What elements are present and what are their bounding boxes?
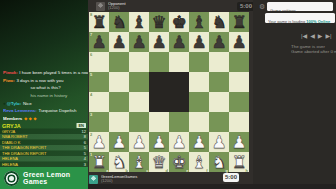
- piece-black-knight: ♞: [109, 12, 129, 32]
- chat-text: 3 days in a row with you: [16, 78, 63, 83]
- piece-black-knight: ♞: [209, 12, 229, 32]
- square-f8[interactable]: ♝: [189, 12, 209, 32]
- square-f4[interactable]: [189, 92, 209, 112]
- square-h1[interactable]: ♜h: [229, 152, 249, 172]
- chess-board: ♜8♞♝♛♚♝♞♜♟7♟♟♟♟♟♟♟6543♟2♟♟♟♟♟♟♟♜1a♞b♝c♛d…: [89, 12, 249, 172]
- opponent-avatar[interactable]: [96, 2, 105, 11]
- stream-chat: Pimok:I have been played 5 times in a ro…: [3, 69, 88, 123]
- notification-2[interactable]: Your game is loading 100% Online: [265, 13, 335, 23]
- file-label-b: b: [126, 169, 128, 174]
- square-e2[interactable]: ♟: [169, 132, 189, 152]
- rank-label-6: 6: [90, 52, 92, 57]
- player-rating: (1200): [101, 179, 137, 184]
- piece-white-knight: ♞: [209, 152, 229, 172]
- opponent-info[interactable]: Opponent (1200): [108, 1, 126, 10]
- square-b6[interactable]: [109, 52, 129, 72]
- square-d1[interactable]: ♛d: [149, 152, 169, 172]
- piece-white-queen: ♛: [149, 152, 169, 172]
- square-a7[interactable]: ♟7: [89, 32, 109, 52]
- piece-white-pawn: ♟: [109, 132, 129, 152]
- chat-message-5: ●@Tylo:Nice: [3, 100, 88, 108]
- square-f1[interactable]: ♝f: [189, 152, 209, 172]
- notification-2-accent: 100% Online: [306, 20, 330, 24]
- chess-app: Opponent (1200) 5:00 ♜8♞♝♛♚♝♞♜♟7♟♟♟♟♟♟♟6…: [88, 0, 336, 189]
- notification-1[interactable]: Game settings: [267, 2, 333, 11]
- square-d2[interactable]: ♟: [149, 132, 169, 152]
- square-c2[interactable]: ♟: [129, 132, 149, 152]
- vote-queue: GRYJA EN GRYJA12NBA ROBERT8DIABLO K6THE …: [0, 122, 88, 167]
- chat-username[interactable]: Piwo:: [3, 78, 15, 83]
- logo-line2: Games: [23, 178, 47, 185]
- player-info[interactable]: GreenLemonGames (1200): [101, 174, 137, 183]
- queue-action-button[interactable]: EN: [76, 123, 86, 128]
- gear-icon[interactable]: ⚙: [259, 3, 265, 11]
- chat-message-1: Pimok:I have been played 5 times in a ro…: [3, 69, 88, 77]
- square-c1[interactable]: ♝c: [129, 152, 149, 172]
- square-g3[interactable]: [209, 112, 229, 132]
- piece-black-pawn: ♟: [89, 32, 109, 52]
- square-d6[interactable]: [149, 52, 169, 72]
- piece-white-bishop: ♝: [129, 152, 149, 172]
- logo-line1: Green Lemon: [23, 171, 70, 178]
- square-b1[interactable]: ♞b: [109, 152, 129, 172]
- file-label-e: e: [186, 169, 188, 174]
- square-e7[interactable]: ♟: [169, 32, 189, 52]
- piece-black-pawn: ♟: [229, 32, 249, 52]
- square-b3[interactable]: [109, 112, 129, 132]
- file-label-c: c: [146, 169, 148, 174]
- rank-label-2: 2: [90, 132, 92, 137]
- square-c3[interactable]: [129, 112, 149, 132]
- piece-black-queen: ♛: [149, 12, 169, 32]
- nav-last-button[interactable]: ▶|: [325, 32, 331, 40]
- square-e3[interactable]: [169, 112, 189, 132]
- square-g1[interactable]: ♞g: [209, 152, 229, 172]
- square-h3[interactable]: [229, 112, 249, 132]
- piece-white-rook: ♜: [229, 152, 249, 172]
- chat-text: Nice: [23, 101, 32, 106]
- piece-white-pawn: ♟: [149, 132, 169, 152]
- square-c7[interactable]: ♟: [129, 32, 149, 52]
- square-g4[interactable]: [209, 92, 229, 112]
- piece-white-knight: ♞: [109, 152, 129, 172]
- square-d8[interactable]: ♛: [149, 12, 169, 32]
- square-e1[interactable]: ♚e: [169, 152, 189, 172]
- square-h7[interactable]: ♟: [229, 32, 249, 52]
- bottom-strip: [88, 184, 336, 189]
- nav-first-button[interactable]: |◀: [301, 32, 307, 40]
- square-c4[interactable]: [129, 92, 149, 112]
- piece-black-pawn: ♟: [169, 32, 189, 52]
- notification-2-text: Your game is loading 100% Online: [265, 18, 300, 24]
- square-a4[interactable]: 4: [89, 92, 109, 112]
- square-g6[interactable]: [209, 52, 229, 72]
- square-a6[interactable]: 6: [89, 52, 109, 72]
- square-g8[interactable]: ♞: [209, 12, 229, 32]
- piece-white-king: ♚: [169, 152, 189, 172]
- square-c5[interactable]: [129, 72, 149, 92]
- piece-black-rook: ♜: [229, 12, 249, 32]
- piece-black-rook: ♜: [89, 12, 109, 32]
- chat-message-4: his name in history: [3, 92, 88, 100]
- square-b8[interactable]: ♞: [109, 12, 129, 32]
- piece-black-bishop: ♝: [189, 12, 209, 32]
- piece-black-pawn: ♟: [209, 32, 229, 52]
- stream-logo: Green Lemon Games: [0, 167, 88, 189]
- square-b5[interactable]: [109, 72, 129, 92]
- square-f2[interactable]: ♟: [189, 132, 209, 152]
- piece-black-pawn: ♟: [189, 32, 209, 52]
- piece-black-pawn: ♟: [149, 32, 169, 52]
- square-g2[interactable]: ♟: [209, 132, 229, 152]
- chat-text: I have been played 5 times in a row: [19, 70, 88, 75]
- square-d4[interactable]: [149, 92, 169, 112]
- chat-text: ◆ ◆ ◆: [24, 116, 37, 121]
- rank-label-4: 4: [90, 92, 92, 97]
- square-e5[interactable]: [169, 72, 189, 92]
- square-b7[interactable]: ♟: [109, 32, 129, 52]
- player-avatar[interactable]: [89, 175, 98, 184]
- square-a2[interactable]: ♟2: [89, 132, 109, 152]
- rank-label-3: 3: [90, 112, 92, 117]
- chat-text: Turquoise Dopefish: [38, 109, 76, 114]
- square-b2[interactable]: ♟: [109, 132, 129, 152]
- square-d3[interactable]: [149, 112, 169, 132]
- square-d5[interactable]: [149, 72, 169, 92]
- stream-logo-text: Green Lemon Games: [23, 171, 70, 186]
- stream-sidebar: Pimok:I have been played 5 times in a ro…: [0, 0, 88, 189]
- square-f6[interactable]: [189, 52, 209, 72]
- square-f3[interactable]: [189, 112, 209, 132]
- square-g5[interactable]: [209, 72, 229, 92]
- square-a8[interactable]: ♜8: [89, 12, 109, 32]
- square-h4[interactable]: [229, 92, 249, 112]
- move-nav: |◀◀▶▶|: [301, 32, 332, 40]
- square-c8[interactable]: ♝: [129, 12, 149, 32]
- square-h6[interactable]: [229, 52, 249, 72]
- square-f7[interactable]: ♟: [189, 32, 209, 52]
- square-c6[interactable]: [129, 52, 149, 72]
- piece-black-pawn: ♟: [129, 32, 149, 52]
- chat-text: so what is this?: [31, 86, 61, 91]
- chat-username[interactable]: Members: [3, 116, 22, 121]
- vote-queue-rows: GRYJA12NBA ROBERT8DIABLO K6THE DRAGON RE…: [0, 129, 88, 168]
- opponent-rating: (1200): [108, 6, 126, 11]
- square-e8[interactable]: ♚: [169, 12, 189, 32]
- piece-white-bishop: ♝: [189, 152, 209, 172]
- rank-label-5: 5: [90, 72, 92, 77]
- piece-black-king: ♚: [169, 12, 189, 32]
- square-e4[interactable]: [169, 92, 189, 112]
- chat-username[interactable]: @Tylo:: [7, 101, 21, 106]
- square-g7[interactable]: ♟: [209, 32, 229, 52]
- chat-message-2: Piwo:3 days in a row with you: [3, 77, 88, 85]
- piece-white-pawn: ♟: [169, 132, 189, 152]
- file-label-a: a: [106, 169, 108, 174]
- piece-white-pawn: ♟: [189, 132, 209, 152]
- rank-label-8: 8: [90, 12, 92, 17]
- vote-queue-title: GRYJA: [2, 122, 21, 128]
- square-e6[interactable]: [169, 52, 189, 72]
- chat-text: his name in history: [31, 93, 68, 98]
- rank-label-1: 1: [90, 152, 92, 157]
- square-a5[interactable]: 5: [89, 72, 109, 92]
- chat-username[interactable]: Pimok:: [3, 70, 18, 75]
- square-h5[interactable]: [229, 72, 249, 92]
- square-a1[interactable]: ♜1a: [89, 152, 109, 172]
- file-label-f: f: [207, 169, 208, 174]
- square-b4[interactable]: [109, 92, 129, 112]
- square-h2[interactable]: ♟: [229, 132, 249, 152]
- nav-forward-button[interactable]: ▶: [318, 32, 323, 40]
- square-f5[interactable]: [189, 72, 209, 92]
- file-label-d: d: [166, 169, 168, 174]
- square-d7[interactable]: ♟: [149, 32, 169, 52]
- piece-white-rook: ♜: [89, 152, 109, 172]
- nav-back-button[interactable]: ◀: [310, 32, 315, 40]
- game-status: The game is over Game aborted after 0 mo…: [291, 44, 336, 55]
- chat-avatar-icon: ●: [3, 101, 6, 106]
- piece-black-pawn: ♟: [109, 32, 129, 52]
- piece-white-pawn: ♟: [229, 132, 249, 152]
- piece-white-pawn: ♟: [129, 132, 149, 152]
- chat-message-3: so what is this?: [3, 84, 88, 92]
- rank-label-7: 7: [90, 32, 92, 37]
- white-clock: 5:00: [223, 173, 239, 182]
- piece-black-bishop: ♝: [129, 12, 149, 32]
- piece-white-pawn: ♟: [209, 132, 229, 152]
- file-label-h: h: [246, 169, 248, 174]
- lemon-icon: [4, 171, 19, 186]
- notification-1-text: Game settings: [267, 7, 300, 12]
- square-a3[interactable]: 3: [89, 112, 109, 132]
- screen: Pimok:I have been played 5 times in a ro…: [0, 0, 336, 189]
- piece-white-pawn: ♟: [89, 132, 109, 152]
- square-h8[interactable]: ♜: [229, 12, 249, 32]
- game-status-line2: Game aborted after 0 moves: [291, 50, 336, 56]
- chat-username[interactable]: Reva Lemmens:: [3, 109, 37, 114]
- chat-message-6: Reva Lemmens:Turquoise Dopefish: [3, 108, 88, 116]
- game-panel: ⚙ Game settings Your game is loading 100…: [253, 0, 336, 184]
